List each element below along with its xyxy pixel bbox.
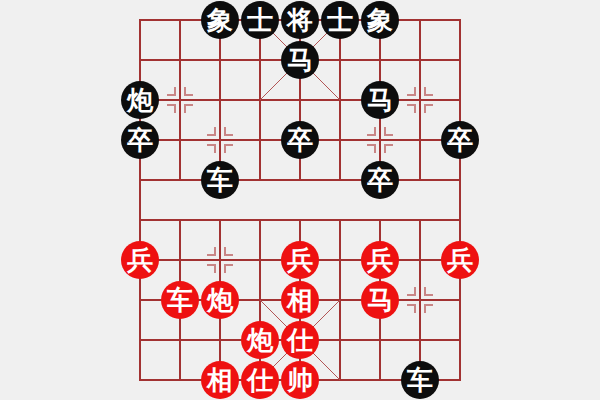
board-point-0-7[interactable] [120, 280, 160, 320]
board-point-7-9[interactable]: 车 [400, 360, 440, 400]
board-point-4-0[interactable]: 将 [280, 0, 320, 40]
board-point-5-8[interactable] [320, 320, 360, 360]
board-point-6-2[interactable]: 马 [360, 80, 400, 120]
board-point-6-5[interactable] [360, 200, 400, 240]
piece-black-horse[interactable]: 马 [281, 41, 319, 79]
board-point-7-3[interactable] [400, 120, 440, 160]
piece-red-chariot[interactable]: 车 [161, 281, 199, 319]
piece-red-soldier[interactable]: 兵 [441, 241, 479, 279]
board-point-4-8[interactable]: 仕 [280, 320, 320, 360]
board-point-4-7[interactable]: 相 [280, 280, 320, 320]
board-point-3-9[interactable]: 仕 [240, 360, 280, 400]
board-point-8-0[interactable] [440, 0, 480, 40]
board-point-7-6[interactable] [400, 240, 440, 280]
board-point-5-1[interactable] [320, 40, 360, 80]
board-point-8-1[interactable] [440, 40, 480, 80]
board-point-7-4[interactable] [400, 160, 440, 200]
board-point-1-3[interactable] [160, 120, 200, 160]
piece-black-soldier[interactable]: 卒 [281, 121, 319, 159]
piece-red-cannon[interactable]: 炮 [201, 281, 239, 319]
board-point-7-5[interactable] [400, 200, 440, 240]
board-point-2-0[interactable]: 象 [200, 0, 240, 40]
board-point-7-2[interactable] [400, 80, 440, 120]
board-point-6-3[interactable] [360, 120, 400, 160]
board-point-2-2[interactable] [200, 80, 240, 120]
board-point-5-0[interactable]: 士 [320, 0, 360, 40]
piece-red-general[interactable]: 帅 [281, 361, 319, 399]
board-point-8-7[interactable] [440, 280, 480, 320]
board-point-8-3[interactable]: 卒 [440, 120, 480, 160]
piece-black-soldier[interactable]: 卒 [361, 161, 399, 199]
piece-black-elephant[interactable]: 象 [361, 1, 399, 39]
xiangqi-app: 象士将士象马炮马卒卒卒车卒兵兵兵兵车炮相马炮仕相仕帅车 [0, 0, 600, 400]
piece-black-general[interactable]: 将 [281, 1, 319, 39]
board-point-0-1[interactable] [120, 40, 160, 80]
board-point-1-9[interactable] [160, 360, 200, 400]
piece-black-advisor[interactable]: 士 [241, 1, 279, 39]
board-point-3-5[interactable] [240, 200, 280, 240]
board-point-4-5[interactable] [280, 200, 320, 240]
board-point-8-4[interactable] [440, 160, 480, 200]
board-point-2-5[interactable] [200, 200, 240, 240]
piece-red-horse[interactable]: 马 [361, 281, 399, 319]
board-point-2-8[interactable] [200, 320, 240, 360]
piece-red-soldier[interactable]: 兵 [361, 241, 399, 279]
board-point-3-1[interactable] [240, 40, 280, 80]
xiangqi-board: 象士将士象马炮马卒卒卒车卒兵兵兵兵车炮相马炮仕相仕帅车 [120, 0, 480, 400]
board-point-2-6[interactable] [200, 240, 240, 280]
board-point-2-1[interactable] [200, 40, 240, 80]
board-point-4-9[interactable]: 帅 [280, 360, 320, 400]
board-point-3-4[interactable] [240, 160, 280, 200]
board-point-0-8[interactable] [120, 320, 160, 360]
board-point-4-1[interactable]: 马 [280, 40, 320, 80]
board-point-2-9[interactable]: 相 [200, 360, 240, 400]
board-point-5-3[interactable] [320, 120, 360, 160]
piece-red-elephant[interactable]: 相 [281, 281, 319, 319]
board-point-6-9[interactable] [360, 360, 400, 400]
board-point-3-7[interactable] [240, 280, 280, 320]
piece-black-advisor[interactable]: 士 [321, 1, 359, 39]
board-point-8-6[interactable]: 兵 [440, 240, 480, 280]
board-point-6-6[interactable]: 兵 [360, 240, 400, 280]
board-point-0-4[interactable] [120, 160, 160, 200]
board-point-1-4[interactable] [160, 160, 200, 200]
board-point-1-0[interactable] [160, 0, 200, 40]
board-point-3-0[interactable]: 士 [240, 0, 280, 40]
board-point-0-6[interactable]: 兵 [120, 240, 160, 280]
board-point-8-9[interactable] [440, 360, 480, 400]
board-point-3-6[interactable] [240, 240, 280, 280]
board-point-0-2[interactable]: 炮 [120, 80, 160, 120]
board-point-5-4[interactable] [320, 160, 360, 200]
board-point-7-7[interactable] [400, 280, 440, 320]
board-point-8-5[interactable] [440, 200, 480, 240]
board-point-2-7[interactable]: 炮 [200, 280, 240, 320]
piece-red-elephant[interactable]: 相 [201, 361, 239, 399]
board-point-7-1[interactable] [400, 40, 440, 80]
piece-black-horse[interactable]: 马 [361, 81, 399, 119]
board-point-6-7[interactable]: 马 [360, 280, 400, 320]
piece-black-soldier[interactable]: 卒 [121, 121, 159, 159]
piece-black-cannon[interactable]: 炮 [121, 81, 159, 119]
piece-red-soldier[interactable]: 兵 [281, 241, 319, 279]
piece-red-advisor[interactable]: 仕 [281, 321, 319, 359]
board-point-7-8[interactable] [400, 320, 440, 360]
piece-black-elephant[interactable]: 象 [201, 1, 239, 39]
board-point-3-3[interactable] [240, 120, 280, 160]
board-point-1-8[interactable] [160, 320, 200, 360]
piece-red-advisor[interactable]: 仕 [241, 361, 279, 399]
board-point-1-5[interactable] [160, 200, 200, 240]
piece-black-soldier[interactable]: 卒 [441, 121, 479, 159]
board-point-1-7[interactable]: 车 [160, 280, 200, 320]
board-point-2-3[interactable] [200, 120, 240, 160]
board-point-6-1[interactable] [360, 40, 400, 80]
board-point-0-9[interactable] [120, 360, 160, 400]
board-point-5-7[interactable] [320, 280, 360, 320]
board-point-3-8[interactable]: 炮 [240, 320, 280, 360]
piece-black-chariot[interactable]: 车 [401, 361, 439, 399]
board-point-7-0[interactable] [400, 0, 440, 40]
board-point-0-0[interactable] [120, 0, 160, 40]
board-point-3-2[interactable] [240, 80, 280, 120]
board-point-6-8[interactable] [360, 320, 400, 360]
board-point-1-2[interactable] [160, 80, 200, 120]
board-point-4-3[interactable]: 卒 [280, 120, 320, 160]
piece-red-cannon[interactable]: 炮 [241, 321, 279, 359]
board-point-1-6[interactable] [160, 240, 200, 280]
board-point-5-5[interactable] [320, 200, 360, 240]
piece-red-soldier[interactable]: 兵 [121, 241, 159, 279]
board-point-0-3[interactable]: 卒 [120, 120, 160, 160]
board-point-5-6[interactable] [320, 240, 360, 280]
board-point-5-2[interactable] [320, 80, 360, 120]
board-point-2-4[interactable]: 车 [200, 160, 240, 200]
board-point-5-9[interactable] [320, 360, 360, 400]
board-point-8-8[interactable] [440, 320, 480, 360]
board-point-6-4[interactable]: 卒 [360, 160, 400, 200]
piece-black-chariot[interactable]: 车 [201, 161, 239, 199]
board-point-4-2[interactable] [280, 80, 320, 120]
board-point-6-0[interactable]: 象 [360, 0, 400, 40]
board-point-8-2[interactable] [440, 80, 480, 120]
board-point-0-5[interactable] [120, 200, 160, 240]
board-point-4-6[interactable]: 兵 [280, 240, 320, 280]
board-point-1-1[interactable] [160, 40, 200, 80]
board-point-4-4[interactable] [280, 160, 320, 200]
